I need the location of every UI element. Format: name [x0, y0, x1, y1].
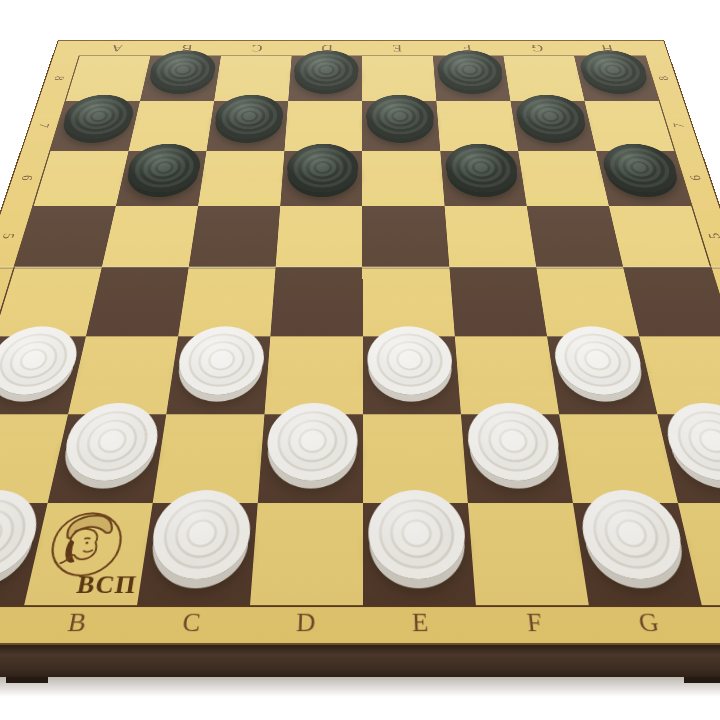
square-d5[interactable]: [276, 206, 363, 267]
square-c3[interactable]: [166, 336, 270, 414]
white-checker-b2[interactable]: [58, 403, 163, 481]
white-checker-c3[interactable]: [174, 326, 266, 394]
file-label-top-a: A: [80, 41, 154, 56]
file-label-top-g: G: [501, 41, 574, 56]
square-g6[interactable]: [518, 151, 609, 206]
black-checker-f6[interactable]: [444, 144, 521, 192]
rank-label-left-5: 5: [0, 225, 53, 247]
black-checker-c7[interactable]: [212, 95, 284, 139]
square-c6[interactable]: [198, 151, 284, 206]
square-c7[interactable]: [206, 101, 288, 151]
photo-scene: ABCDEFGH ABCDEFGH 87654321 87654321 ВСП: [0, 0, 720, 720]
square-f5[interactable]: [445, 206, 537, 267]
square-f6[interactable]: [440, 151, 526, 206]
white-checker-e1[interactable]: [368, 490, 468, 579]
square-g7[interactable]: [510, 101, 596, 151]
black-checker-g7[interactable]: [513, 95, 589, 139]
file-label-top-e: E: [362, 41, 433, 56]
square-b8[interactable]: [140, 56, 221, 101]
board-fold-seam: [0, 266, 720, 268]
square-f8[interactable]: [433, 56, 511, 101]
files-top: ABCDEFGH: [80, 41, 645, 56]
file-label-bottom-g: G: [589, 603, 711, 643]
file-label-top-d: D: [292, 41, 363, 56]
rank-label-right-5: 5: [669, 225, 720, 247]
square-b2[interactable]: [48, 414, 167, 503]
rank-label-right-6: 6: [652, 168, 720, 187]
square-b4[interactable]: [86, 267, 189, 336]
file-label-bottom-e: E: [363, 603, 479, 643]
square-f4[interactable]: [449, 267, 547, 336]
square-c1[interactable]: [137, 503, 258, 605]
black-checker-d6[interactable]: [285, 144, 358, 192]
square-g3[interactable]: [547, 336, 657, 414]
board-side-edge: [0, 645, 720, 677]
file-label-bottom-b: B: [15, 603, 137, 643]
vsp-logo-text: ВСП: [74, 571, 138, 600]
square-d8[interactable]: [288, 56, 362, 101]
vsp-logo: ВСП: [29, 506, 149, 601]
file-label-top-f: F: [432, 41, 504, 56]
square-d1[interactable]: [250, 503, 363, 605]
board-grid: ВСП: [0, 55, 720, 607]
square-f1[interactable]: [468, 503, 589, 605]
file-label-top-h: H: [570, 41, 644, 56]
black-checker-d8[interactable]: [293, 50, 359, 90]
black-checker-b6[interactable]: [123, 144, 203, 192]
black-checker-b8[interactable]: [146, 50, 218, 90]
white-checker-g1[interactable]: [576, 490, 690, 579]
square-e3[interactable]: [363, 336, 461, 414]
white-checker-c1[interactable]: [147, 490, 254, 579]
square-b1[interactable]: ВСП: [24, 503, 153, 605]
file-label-bottom-d: D: [247, 603, 363, 643]
square-e1[interactable]: [363, 503, 476, 605]
white-checker-d2[interactable]: [265, 403, 358, 481]
white-checker-f2[interactable]: [465, 403, 564, 481]
file-label-top-b: B: [150, 41, 223, 56]
square-e5[interactable]: [362, 206, 449, 267]
square-f2[interactable]: [461, 414, 573, 503]
file-label-top-c: C: [221, 41, 293, 56]
file-label-bottom-f: F: [476, 603, 595, 643]
rank-label-right-4: 4: [687, 289, 720, 313]
square-b6[interactable]: [116, 151, 207, 206]
square-c5[interactable]: [189, 206, 281, 267]
black-checker-e7[interactable]: [366, 95, 435, 139]
square-d2[interactable]: [258, 414, 363, 503]
white-checker-e3[interactable]: [367, 326, 454, 394]
rank-label-left-7: 7: [3, 117, 85, 135]
square-d4[interactable]: [270, 267, 362, 336]
files-bottom: ABCDEFGH: [0, 603, 720, 643]
file-label-bottom-c: C: [131, 603, 250, 643]
square-b5[interactable]: [102, 206, 198, 267]
black-checker-f8[interactable]: [436, 50, 505, 90]
rank-label-right-8: 8: [625, 70, 702, 86]
rank-label-right-7: 7: [638, 117, 720, 135]
square-e7[interactable]: [362, 101, 440, 151]
rank-label-left-6: 6: [0, 168, 70, 187]
floor-shadow: [0, 677, 720, 697]
checkers-board: ABCDEFGH ABCDEFGH 87654321 87654321 ВСП: [0, 40, 720, 645]
square-g5[interactable]: [527, 206, 623, 267]
square-d6[interactable]: [280, 151, 362, 206]
white-checker-g3[interactable]: [550, 326, 648, 394]
rank-label-left-8: 8: [20, 70, 97, 86]
square-e6[interactable]: [362, 151, 444, 206]
